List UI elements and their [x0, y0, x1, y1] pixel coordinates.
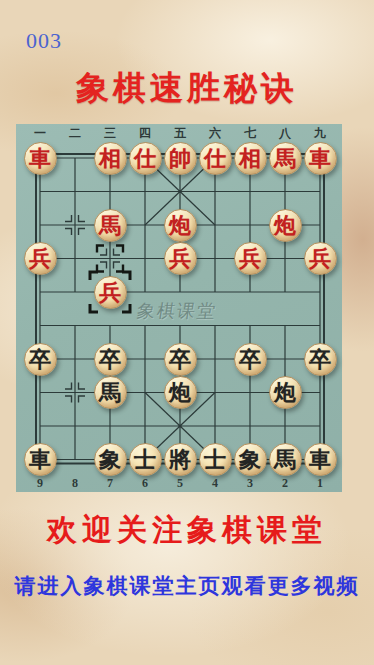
piece-red-相[interactable]: 相 [234, 142, 267, 175]
piece-red-炮[interactable]: 炮 [164, 209, 197, 242]
piece-red-馬[interactable]: 馬 [94, 209, 127, 242]
xiangqi-board[interactable]: 一二三四五六七八九 象棋课堂 車相仕帥仕相馬車馬炮炮兵兵兵兵兵卒卒卒卒卒馬炮炮車… [16, 124, 342, 492]
file-label-bottom: 9 [28, 476, 52, 491]
piece-red-兵[interactable]: 兵 [24, 242, 57, 275]
piece-red-馬[interactable]: 馬 [269, 142, 302, 175]
piece-black-卒[interactable]: 卒 [234, 343, 267, 376]
piece-red-兵[interactable]: 兵 [94, 276, 127, 309]
piece-black-卒[interactable]: 卒 [94, 343, 127, 376]
file-label-bottom: 5 [168, 476, 192, 491]
piece-black-將[interactable]: 將 [164, 443, 197, 476]
piece-red-帥[interactable]: 帥 [164, 142, 197, 175]
page-background: 003 象棋速胜秘诀 一二三四五六七八九 象棋课堂 車相仕帥仕相馬車馬炮炮兵兵兵… [0, 0, 374, 665]
piece-black-炮[interactable]: 炮 [164, 376, 197, 409]
file-label-bottom: 8 [63, 476, 87, 491]
piece-black-士[interactable]: 士 [199, 443, 232, 476]
piece-black-士[interactable]: 士 [129, 443, 162, 476]
piece-black-炮[interactable]: 炮 [269, 376, 302, 409]
piece-red-兵[interactable]: 兵 [164, 242, 197, 275]
file-label-bottom: 6 [133, 476, 157, 491]
footer-banner-blue: 请进入象棋课堂主页观看更多视频 [0, 572, 374, 600]
file-label-bottom: 3 [238, 476, 262, 491]
piece-black-卒[interactable]: 卒 [24, 343, 57, 376]
piece-red-兵[interactable]: 兵 [234, 242, 267, 275]
piece-black-馬[interactable]: 馬 [269, 443, 302, 476]
piece-red-炮[interactable]: 炮 [269, 209, 302, 242]
file-label-bottom: 7 [98, 476, 122, 491]
piece-red-相[interactable]: 相 [94, 142, 127, 175]
piece-black-車[interactable]: 車 [24, 443, 57, 476]
video-counter: 003 [26, 28, 62, 54]
piece-black-卒[interactable]: 卒 [304, 343, 337, 376]
piece-black-象[interactable]: 象 [234, 443, 267, 476]
pieces-layer: 車相仕帥仕相馬車馬炮炮兵兵兵兵兵卒卒卒卒卒馬炮炮車象士將士象馬車 [16, 124, 342, 492]
file-label-bottom: 4 [203, 476, 227, 491]
piece-black-象[interactable]: 象 [94, 443, 127, 476]
piece-red-車[interactable]: 車 [24, 142, 57, 175]
piece-red-車[interactable]: 車 [304, 142, 337, 175]
piece-red-仕[interactable]: 仕 [129, 142, 162, 175]
piece-red-仕[interactable]: 仕 [199, 142, 232, 175]
piece-black-車[interactable]: 車 [304, 443, 337, 476]
piece-red-兵[interactable]: 兵 [304, 242, 337, 275]
page-title: 象棋速胜秘诀 [0, 66, 374, 111]
file-labels-bottom: 987654321 [16, 476, 342, 490]
footer-banner-red: 欢迎关注象棋课堂 [0, 510, 374, 551]
piece-black-卒[interactable]: 卒 [164, 343, 197, 376]
file-label-bottom: 1 [308, 476, 332, 491]
file-label-bottom: 2 [273, 476, 297, 491]
piece-black-馬[interactable]: 馬 [94, 376, 127, 409]
